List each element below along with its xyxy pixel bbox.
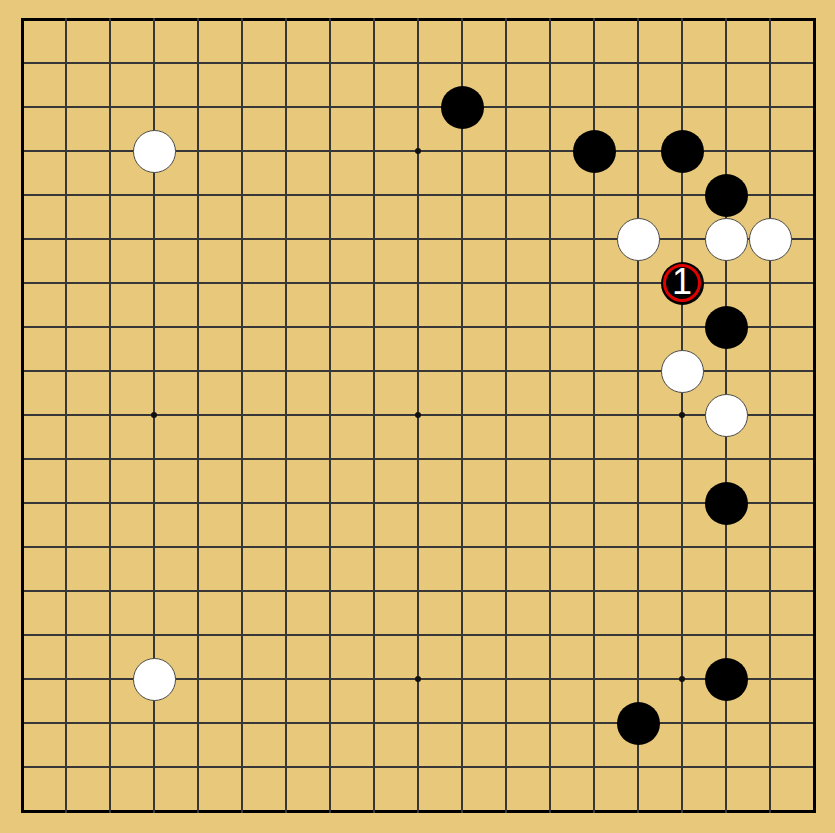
intersection[interactable]: [572, 41, 616, 85]
intersection[interactable]: [528, 701, 572, 745]
intersection[interactable]: [88, 613, 132, 657]
intersection[interactable]: [704, 569, 748, 613]
intersection[interactable]: [264, 305, 308, 349]
intersection[interactable]: [176, 0, 220, 41]
intersection[interactable]: [88, 217, 132, 261]
intersection[interactable]: [396, 349, 440, 393]
intersection[interactable]: [308, 437, 352, 481]
intersection[interactable]: [176, 393, 220, 437]
intersection[interactable]: [528, 569, 572, 613]
intersection[interactable]: [352, 437, 396, 481]
intersection[interactable]: [0, 261, 44, 305]
intersection[interactable]: [792, 41, 835, 85]
intersection[interactable]: [792, 701, 835, 745]
intersection[interactable]: [88, 349, 132, 393]
intersection[interactable]: [484, 569, 528, 613]
intersection[interactable]: [264, 129, 308, 173]
intersection[interactable]: [704, 261, 748, 305]
intersection[interactable]: [88, 393, 132, 437]
intersection[interactable]: [308, 745, 352, 789]
intersection[interactable]: [748, 217, 792, 261]
intersection[interactable]: [792, 129, 835, 173]
intersection[interactable]: [748, 305, 792, 349]
intersection[interactable]: [660, 393, 704, 437]
intersection[interactable]: [616, 173, 660, 217]
intersection[interactable]: [264, 613, 308, 657]
intersection[interactable]: [308, 305, 352, 349]
intersection[interactable]: [308, 657, 352, 701]
intersection[interactable]: [352, 305, 396, 349]
intersection[interactable]: [308, 349, 352, 393]
intersection[interactable]: [0, 525, 44, 569]
intersection[interactable]: [264, 85, 308, 129]
intersection[interactable]: [88, 657, 132, 701]
intersection[interactable]: [440, 129, 484, 173]
intersection[interactable]: [0, 173, 44, 217]
intersection[interactable]: [396, 393, 440, 437]
intersection[interactable]: [220, 745, 264, 789]
intersection[interactable]: [792, 569, 835, 613]
intersection[interactable]: [44, 0, 88, 41]
intersection[interactable]: [660, 789, 704, 833]
intersection[interactable]: [0, 789, 44, 833]
intersection[interactable]: [396, 789, 440, 833]
intersection[interactable]: [484, 437, 528, 481]
intersection[interactable]: [528, 657, 572, 701]
intersection[interactable]: [0, 0, 44, 41]
intersection[interactable]: [44, 613, 88, 657]
intersection[interactable]: [528, 613, 572, 657]
intersection[interactable]: [660, 437, 704, 481]
intersection[interactable]: [308, 261, 352, 305]
intersection[interactable]: [528, 261, 572, 305]
intersection[interactable]: [0, 481, 44, 525]
intersection[interactable]: [396, 437, 440, 481]
intersection[interactable]: [396, 701, 440, 745]
intersection[interactable]: [176, 349, 220, 393]
intersection[interactable]: [352, 745, 396, 789]
intersection[interactable]: [44, 701, 88, 745]
intersection[interactable]: [528, 481, 572, 525]
intersection[interactable]: [704, 525, 748, 569]
intersection[interactable]: [660, 569, 704, 613]
intersection[interactable]: [308, 569, 352, 613]
intersection[interactable]: [704, 173, 748, 217]
intersection[interactable]: [748, 613, 792, 657]
intersection[interactable]: [176, 569, 220, 613]
intersection[interactable]: [484, 657, 528, 701]
intersection[interactable]: [704, 657, 748, 701]
intersection[interactable]: [264, 789, 308, 833]
intersection[interactable]: [352, 613, 396, 657]
intersection[interactable]: [308, 525, 352, 569]
intersection[interactable]: [220, 85, 264, 129]
intersection[interactable]: [528, 525, 572, 569]
intersection[interactable]: [792, 0, 835, 41]
intersection[interactable]: [264, 173, 308, 217]
intersection[interactable]: [748, 173, 792, 217]
intersection[interactable]: [748, 525, 792, 569]
intersection[interactable]: [352, 569, 396, 613]
intersection[interactable]: [616, 261, 660, 305]
intersection[interactable]: [572, 305, 616, 349]
intersection[interactable]: [0, 745, 44, 789]
intersection[interactable]: [264, 525, 308, 569]
intersection[interactable]: [792, 217, 835, 261]
intersection[interactable]: [484, 349, 528, 393]
intersection[interactable]: [0, 349, 44, 393]
intersection[interactable]: [396, 85, 440, 129]
intersection[interactable]: [616, 789, 660, 833]
intersection[interactable]: [264, 217, 308, 261]
intersection[interactable]: [660, 525, 704, 569]
intersection[interactable]: [616, 701, 660, 745]
intersection[interactable]: [440, 349, 484, 393]
intersection[interactable]: [792, 613, 835, 657]
intersection[interactable]: [88, 129, 132, 173]
intersection[interactable]: [220, 481, 264, 525]
intersection[interactable]: [528, 217, 572, 261]
intersection[interactable]: [616, 41, 660, 85]
intersection[interactable]: [440, 85, 484, 129]
intersection[interactable]: [352, 41, 396, 85]
intersection[interactable]: [220, 217, 264, 261]
intersection[interactable]: [704, 789, 748, 833]
intersection[interactable]: [572, 613, 616, 657]
intersection[interactable]: [748, 41, 792, 85]
intersection[interactable]: [352, 349, 396, 393]
intersection[interactable]: [220, 437, 264, 481]
intersection[interactable]: [176, 745, 220, 789]
intersection[interactable]: [704, 305, 748, 349]
intersection[interactable]: [660, 129, 704, 173]
intersection[interactable]: [352, 261, 396, 305]
intersection[interactable]: [616, 305, 660, 349]
intersection[interactable]: [748, 569, 792, 613]
intersection[interactable]: [616, 437, 660, 481]
intersection[interactable]: [132, 173, 176, 217]
intersection[interactable]: [660, 85, 704, 129]
intersection[interactable]: [132, 525, 176, 569]
intersection[interactable]: [176, 85, 220, 129]
intersection[interactable]: [704, 701, 748, 745]
intersection[interactable]: [528, 745, 572, 789]
intersection[interactable]: [132, 129, 176, 173]
intersection[interactable]: [352, 0, 396, 41]
intersection[interactable]: [440, 525, 484, 569]
intersection[interactable]: [660, 349, 704, 393]
intersection[interactable]: [748, 657, 792, 701]
intersection[interactable]: [44, 481, 88, 525]
intersection[interactable]: [88, 481, 132, 525]
intersection[interactable]: 1: [660, 261, 704, 305]
intersection[interactable]: [132, 789, 176, 833]
intersection[interactable]: [176, 261, 220, 305]
intersection[interactable]: [396, 569, 440, 613]
intersection[interactable]: [44, 217, 88, 261]
intersection[interactable]: [264, 0, 308, 41]
intersection[interactable]: [748, 481, 792, 525]
intersection[interactable]: [704, 745, 748, 789]
intersection[interactable]: [484, 525, 528, 569]
intersection[interactable]: [748, 85, 792, 129]
intersection[interactable]: [616, 657, 660, 701]
intersection[interactable]: [88, 41, 132, 85]
intersection[interactable]: [396, 305, 440, 349]
intersection[interactable]: [132, 393, 176, 437]
intersection[interactable]: [132, 0, 176, 41]
intersection[interactable]: [484, 0, 528, 41]
intersection[interactable]: [44, 789, 88, 833]
intersection[interactable]: [44, 745, 88, 789]
intersection[interactable]: [132, 437, 176, 481]
intersection[interactable]: [748, 261, 792, 305]
intersection[interactable]: [308, 393, 352, 437]
intersection[interactable]: [88, 437, 132, 481]
intersection[interactable]: [264, 569, 308, 613]
intersection[interactable]: [132, 745, 176, 789]
intersection[interactable]: [704, 437, 748, 481]
intersection[interactable]: [176, 173, 220, 217]
intersection[interactable]: [704, 129, 748, 173]
intersection[interactable]: [484, 85, 528, 129]
intersection[interactable]: [308, 481, 352, 525]
intersection[interactable]: [572, 437, 616, 481]
intersection[interactable]: [484, 173, 528, 217]
intersection[interactable]: [396, 481, 440, 525]
intersection[interactable]: [396, 41, 440, 85]
intersection[interactable]: [132, 261, 176, 305]
intersection[interactable]: [572, 349, 616, 393]
intersection[interactable]: [88, 0, 132, 41]
intersection[interactable]: [440, 481, 484, 525]
intersection[interactable]: [396, 173, 440, 217]
intersection[interactable]: [440, 437, 484, 481]
intersection[interactable]: [220, 613, 264, 657]
intersection[interactable]: [616, 85, 660, 129]
intersection[interactable]: [484, 613, 528, 657]
intersection[interactable]: [616, 393, 660, 437]
intersection[interactable]: [440, 41, 484, 85]
intersection[interactable]: [616, 745, 660, 789]
intersection[interactable]: [352, 85, 396, 129]
intersection[interactable]: [572, 129, 616, 173]
intersection[interactable]: [792, 393, 835, 437]
intersection[interactable]: [132, 701, 176, 745]
intersection[interactable]: [176, 129, 220, 173]
intersection[interactable]: [132, 217, 176, 261]
intersection[interactable]: [264, 437, 308, 481]
intersection[interactable]: [88, 701, 132, 745]
intersection[interactable]: [0, 437, 44, 481]
intersection[interactable]: [0, 129, 44, 173]
intersection[interactable]: [792, 85, 835, 129]
intersection[interactable]: [484, 789, 528, 833]
intersection[interactable]: [220, 349, 264, 393]
intersection[interactable]: [0, 305, 44, 349]
intersection[interactable]: [440, 217, 484, 261]
intersection[interactable]: [352, 173, 396, 217]
intersection[interactable]: [264, 393, 308, 437]
intersection[interactable]: [484, 745, 528, 789]
intersection[interactable]: [44, 349, 88, 393]
intersection[interactable]: [44, 173, 88, 217]
intersection[interactable]: [88, 173, 132, 217]
intersection[interactable]: [704, 393, 748, 437]
intersection[interactable]: [440, 305, 484, 349]
intersection[interactable]: [484, 129, 528, 173]
intersection[interactable]: [572, 569, 616, 613]
intersection[interactable]: [0, 41, 44, 85]
intersection[interactable]: [792, 481, 835, 525]
intersection[interactable]: [748, 129, 792, 173]
intersection[interactable]: [484, 481, 528, 525]
intersection[interactable]: [176, 217, 220, 261]
intersection[interactable]: [792, 437, 835, 481]
intersection[interactable]: [176, 701, 220, 745]
intersection[interactable]: [748, 701, 792, 745]
intersection[interactable]: [572, 789, 616, 833]
intersection[interactable]: [484, 217, 528, 261]
intersection[interactable]: [484, 701, 528, 745]
intersection[interactable]: [308, 85, 352, 129]
intersection[interactable]: [264, 349, 308, 393]
intersection[interactable]: [44, 305, 88, 349]
intersection[interactable]: [0, 701, 44, 745]
intersection[interactable]: [132, 657, 176, 701]
intersection[interactable]: [308, 173, 352, 217]
intersection[interactable]: [44, 569, 88, 613]
intersection[interactable]: [44, 657, 88, 701]
intersection[interactable]: [484, 393, 528, 437]
intersection[interactable]: [440, 613, 484, 657]
intersection[interactable]: [572, 525, 616, 569]
intersection[interactable]: [616, 525, 660, 569]
intersection[interactable]: [220, 129, 264, 173]
intersection[interactable]: [528, 789, 572, 833]
intersection[interactable]: [220, 41, 264, 85]
intersection[interactable]: [484, 41, 528, 85]
intersection[interactable]: [440, 0, 484, 41]
intersection[interactable]: [528, 129, 572, 173]
intersection[interactable]: [616, 129, 660, 173]
intersection[interactable]: [792, 261, 835, 305]
intersection[interactable]: [44, 525, 88, 569]
intersection[interactable]: [264, 745, 308, 789]
intersection[interactable]: [220, 789, 264, 833]
intersection[interactable]: [572, 745, 616, 789]
intersection[interactable]: [396, 657, 440, 701]
intersection[interactable]: [572, 173, 616, 217]
intersection[interactable]: [660, 173, 704, 217]
intersection[interactable]: [440, 789, 484, 833]
intersection[interactable]: [396, 261, 440, 305]
intersection[interactable]: [132, 85, 176, 129]
intersection[interactable]: [616, 217, 660, 261]
intersection[interactable]: [660, 0, 704, 41]
intersection[interactable]: [308, 789, 352, 833]
intersection[interactable]: [88, 525, 132, 569]
intersection[interactable]: [792, 349, 835, 393]
intersection[interactable]: [440, 173, 484, 217]
intersection[interactable]: [528, 0, 572, 41]
intersection[interactable]: [528, 173, 572, 217]
intersection[interactable]: [352, 481, 396, 525]
intersection[interactable]: [176, 41, 220, 85]
intersection[interactable]: [440, 657, 484, 701]
intersection[interactable]: [484, 261, 528, 305]
intersection[interactable]: [396, 129, 440, 173]
intersection[interactable]: [660, 41, 704, 85]
intersection[interactable]: [88, 261, 132, 305]
intersection[interactable]: [396, 525, 440, 569]
intersection[interactable]: [220, 173, 264, 217]
intersection[interactable]: [308, 41, 352, 85]
intersection[interactable]: [572, 393, 616, 437]
intersection[interactable]: [792, 525, 835, 569]
intersection[interactable]: [352, 701, 396, 745]
intersection[interactable]: [44, 261, 88, 305]
intersection[interactable]: [352, 657, 396, 701]
intersection[interactable]: [660, 701, 704, 745]
intersection[interactable]: [572, 0, 616, 41]
intersection[interactable]: [220, 657, 264, 701]
intersection[interactable]: [264, 701, 308, 745]
intersection[interactable]: [528, 85, 572, 129]
intersection[interactable]: [792, 657, 835, 701]
intersection[interactable]: [528, 41, 572, 85]
intersection[interactable]: [0, 85, 44, 129]
intersection[interactable]: [132, 305, 176, 349]
intersection[interactable]: [396, 613, 440, 657]
intersection[interactable]: [616, 569, 660, 613]
intersection[interactable]: [308, 129, 352, 173]
intersection[interactable]: [0, 657, 44, 701]
intersection[interactable]: [704, 613, 748, 657]
intersection[interactable]: [440, 701, 484, 745]
intersection[interactable]: [748, 437, 792, 481]
intersection[interactable]: [572, 657, 616, 701]
intersection[interactable]: [132, 481, 176, 525]
intersection[interactable]: [572, 217, 616, 261]
intersection[interactable]: [352, 217, 396, 261]
intersection[interactable]: [0, 569, 44, 613]
intersection[interactable]: [660, 745, 704, 789]
intersection[interactable]: [660, 657, 704, 701]
intersection[interactable]: [660, 305, 704, 349]
intersection[interactable]: [352, 789, 396, 833]
intersection[interactable]: [264, 481, 308, 525]
intersection[interactable]: [528, 437, 572, 481]
intersection[interactable]: [0, 613, 44, 657]
intersection[interactable]: [176, 525, 220, 569]
intersection[interactable]: [572, 481, 616, 525]
intersection[interactable]: [616, 349, 660, 393]
intersection[interactable]: [352, 525, 396, 569]
intersection[interactable]: [44, 129, 88, 173]
intersection[interactable]: [572, 85, 616, 129]
intersection[interactable]: [396, 745, 440, 789]
intersection[interactable]: [176, 437, 220, 481]
intersection[interactable]: [308, 0, 352, 41]
intersection[interactable]: [44, 41, 88, 85]
intersection[interactable]: [352, 393, 396, 437]
intersection[interactable]: [616, 0, 660, 41]
intersection[interactable]: [0, 393, 44, 437]
intersection[interactable]: [88, 745, 132, 789]
intersection[interactable]: [704, 349, 748, 393]
intersection[interactable]: [440, 569, 484, 613]
